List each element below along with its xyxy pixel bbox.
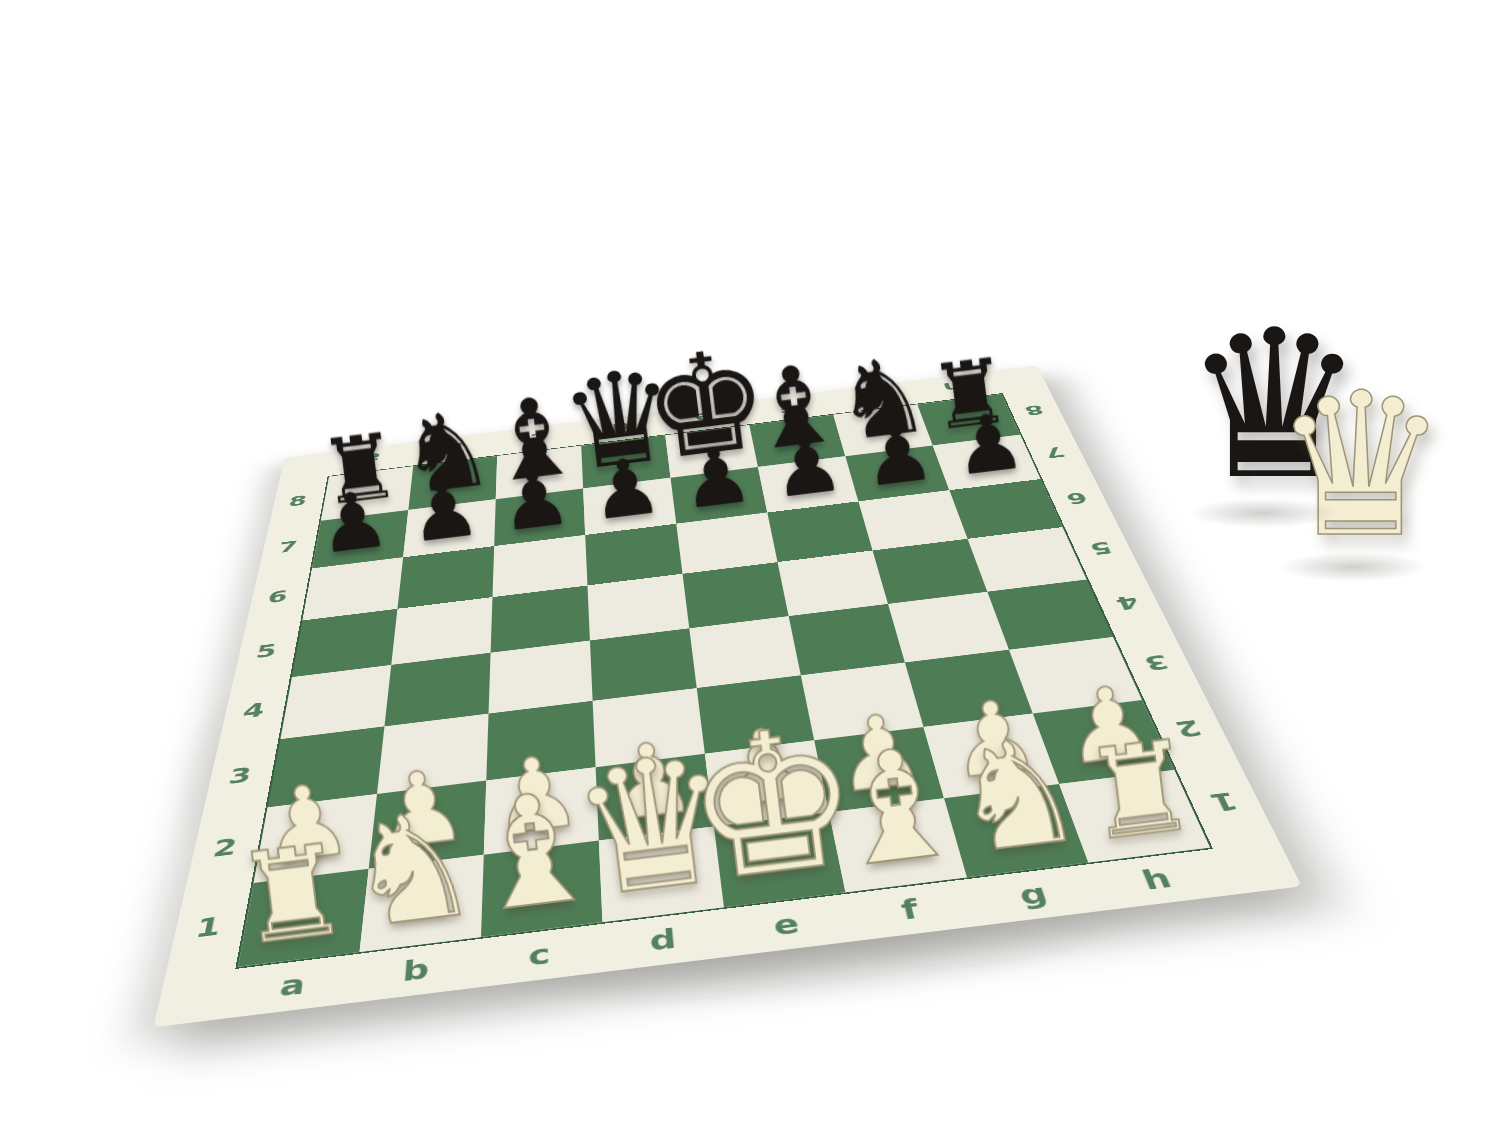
spare-white-queen-shadow (1278, 552, 1428, 582)
square-c4[interactable] (489, 640, 593, 713)
square-b1[interactable]: ♞ (360, 855, 484, 952)
black-pawn-b7[interactable]: ♟ (405, 470, 484, 553)
square-c1[interactable]: ♝ (481, 841, 602, 937)
square-g1[interactable]: ♞ (944, 784, 1088, 877)
square-g4[interactable] (888, 592, 1009, 663)
coord-left-4: 4 (218, 676, 288, 745)
square-f4[interactable] (789, 604, 905, 675)
white-knight-b1[interactable]: ♞ (339, 793, 486, 947)
square-d4[interactable] (590, 628, 697, 701)
chess-set-photo: abcdefgh abcdefgh 87654321 87654321 ♜♞♝♛… (0, 0, 1500, 1127)
square-e7[interactable]: ♟ (671, 467, 768, 524)
black-pawn-f7[interactable]: ♟ (768, 426, 847, 509)
square-c5[interactable] (491, 585, 590, 652)
spare-white-queen[interactable]: ♛ (1272, 372, 1450, 560)
square-c7[interactable]: ♟ (494, 489, 585, 547)
white-queen-icon: ♛ (1272, 372, 1450, 560)
square-g5[interactable] (873, 539, 988, 604)
spare-black-queen-shadow (1188, 498, 1338, 528)
black-pawn-d7[interactable]: ♟ (586, 448, 665, 531)
square-d7[interactable]: ♟ (583, 478, 676, 535)
coord-left-6: 6 (246, 568, 309, 626)
black-pawn-g7[interactable]: ♟ (859, 415, 938, 498)
white-rook-a1[interactable]: ♜ (230, 830, 355, 961)
black-pawn-e7[interactable]: ♟ (677, 437, 756, 520)
square-e4[interactable] (689, 616, 801, 688)
coord-left-5: 5 (233, 620, 299, 683)
square-b4[interactable] (384, 653, 490, 727)
white-king-e1[interactable]: ♚ (676, 702, 870, 905)
coord-left-7: 7 (258, 520, 318, 574)
white-rook-h1[interactable]: ♜ (1077, 726, 1202, 857)
white-knight-g1[interactable]: ♞ (944, 719, 1091, 873)
chessboard-mat: abcdefgh abcdefgh 87654321 87654321 ♜♞♝♛… (153, 365, 1302, 1027)
black-pawn-c7[interactable]: ♟ (496, 459, 575, 542)
black-pawn-a7[interactable]: ♟ (314, 481, 393, 564)
square-e1[interactable]: ♚ (714, 812, 846, 907)
